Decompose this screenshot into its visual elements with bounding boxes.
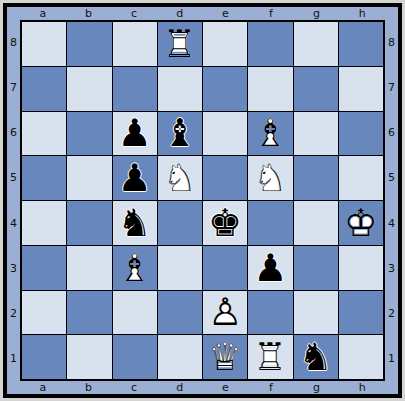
rank-label-1-right: 1 — [385, 336, 398, 381]
square-h4[interactable]: ♚♔ — [339, 201, 383, 245]
white-bishop-f6-piece[interactable]: ♝♗ — [248, 112, 292, 156]
square-a3[interactable] — [22, 246, 66, 290]
square-f8[interactable] — [248, 22, 292, 66]
rank-label-3-right: 3 — [385, 246, 398, 291]
file-label-d-bottom: d — [157, 381, 203, 394]
bishop-icon: ♝ — [158, 112, 202, 156]
square-c6[interactable]: ♟ — [113, 112, 157, 156]
square-c4[interactable]: ♞ — [113, 201, 157, 245]
square-e2[interactable]: ♟♙ — [203, 291, 247, 335]
square-a2[interactable] — [22, 291, 66, 335]
white-rook-d8-piece[interactable]: ♜♖ — [158, 22, 202, 66]
bishop-outline-icon: ♗ — [113, 246, 157, 290]
rook-outline-icon: ♖ — [158, 22, 202, 66]
rank-label-2-right: 2 — [385, 291, 398, 336]
file-label-d-top: d — [157, 7, 203, 20]
square-d1[interactable] — [158, 335, 202, 379]
file-labels-top: abcdefgh — [20, 7, 385, 20]
file-label-c-top: c — [111, 7, 157, 20]
rank-label-1-left: 1 — [7, 336, 20, 381]
square-e8[interactable] — [203, 22, 247, 66]
rook-outline-icon: ♖ — [248, 335, 292, 379]
square-f2[interactable] — [248, 291, 292, 335]
file-label-e-top: e — [203, 7, 249, 20]
knight-outline-icon: ♘ — [248, 156, 292, 200]
square-e5[interactable] — [203, 156, 247, 200]
square-g5[interactable] — [294, 156, 338, 200]
square-a7[interactable] — [22, 67, 66, 111]
square-b4[interactable] — [67, 201, 111, 245]
square-c1[interactable] — [113, 335, 157, 379]
square-g1[interactable]: ♞ — [294, 335, 338, 379]
square-b3[interactable] — [67, 246, 111, 290]
file-label-a-top: a — [20, 7, 66, 20]
square-g4[interactable] — [294, 201, 338, 245]
square-b8[interactable] — [67, 22, 111, 66]
rank-label-7-right: 7 — [385, 65, 398, 110]
rank-label-4-right: 4 — [385, 201, 398, 246]
file-label-h-bottom: h — [339, 381, 385, 394]
square-h8[interactable] — [339, 22, 383, 66]
square-a5[interactable] — [22, 156, 66, 200]
rank-labels-right: 87654321 — [385, 20, 398, 381]
board-area: ♜♖♟♝♝♗♟♞♘♞♘♞♚♚♔♝♗♟♟♙♛♕♜♖♞ — [20, 20, 385, 381]
square-b1[interactable] — [67, 335, 111, 379]
rank-label-3-left: 3 — [7, 246, 20, 291]
file-label-g-bottom: g — [294, 381, 340, 394]
knight-icon: ♞ — [113, 201, 157, 245]
rank-label-8-left: 8 — [7, 20, 20, 65]
pawn-icon: ♟ — [113, 112, 157, 156]
knight-outline-icon: ♘ — [158, 156, 202, 200]
square-c2[interactable] — [113, 291, 157, 335]
white-pawn-e2-piece[interactable]: ♟♙ — [203, 291, 247, 335]
file-label-f-top: f — [248, 7, 294, 20]
file-label-a-bottom: a — [20, 381, 66, 394]
rank-label-5-left: 5 — [7, 155, 20, 200]
chess-app-page: abcdefgh abcdefgh 87654321 87654321 ♜♖♟♝… — [0, 0, 405, 401]
square-f5[interactable]: ♞♘ — [248, 156, 292, 200]
black-pawn-c5-piece[interactable]: ♟ — [113, 156, 157, 200]
square-f4[interactable] — [248, 201, 292, 245]
black-bishop-d6-piece[interactable]: ♝ — [158, 112, 202, 156]
rank-label-5-right: 5 — [385, 155, 398, 200]
white-king-h4-piece[interactable]: ♚♔ — [339, 201, 383, 245]
knight-icon: ♞ — [294, 335, 338, 379]
black-pawn-f3-piece[interactable]: ♟ — [248, 246, 292, 290]
square-h3[interactable] — [339, 246, 383, 290]
square-e6[interactable] — [203, 112, 247, 156]
square-h7[interactable] — [339, 67, 383, 111]
queen-outline-icon: ♕ — [203, 335, 247, 379]
square-c8[interactable] — [113, 22, 157, 66]
square-d7[interactable] — [158, 67, 202, 111]
square-d6[interactable]: ♝ — [158, 112, 202, 156]
black-knight-g1-piece[interactable]: ♞ — [294, 335, 338, 379]
square-e4[interactable]: ♚ — [203, 201, 247, 245]
black-knight-c4-piece[interactable]: ♞ — [113, 201, 157, 245]
file-label-g-top: g — [294, 7, 340, 20]
square-d3[interactable] — [158, 246, 202, 290]
square-h6[interactable] — [339, 112, 383, 156]
square-d4[interactable] — [158, 201, 202, 245]
square-b7[interactable] — [67, 67, 111, 111]
pawn-icon: ♟ — [113, 156, 157, 200]
file-label-c-bottom: c — [111, 381, 157, 394]
file-label-f-bottom: f — [248, 381, 294, 394]
rank-label-4-left: 4 — [7, 201, 20, 246]
square-b6[interactable] — [67, 112, 111, 156]
square-a6[interactable] — [22, 112, 66, 156]
square-f1[interactable]: ♜♖ — [248, 335, 292, 379]
file-label-b-top: b — [66, 7, 112, 20]
rank-label-2-left: 2 — [7, 291, 20, 336]
square-g7[interactable] — [294, 67, 338, 111]
rank-label-6-left: 6 — [7, 110, 20, 155]
square-c3[interactable]: ♝♗ — [113, 246, 157, 290]
pawn-outline-icon: ♙ — [203, 291, 247, 335]
white-knight-f5-piece[interactable]: ♞♘ — [248, 156, 292, 200]
square-b5[interactable] — [67, 156, 111, 200]
white-knight-d5-piece[interactable]: ♞♘ — [158, 156, 202, 200]
chess-board: ♜♖♟♝♝♗♟♞♘♞♘♞♚♚♔♝♗♟♟♙♛♕♜♖♞ — [20, 20, 385, 381]
square-g8[interactable] — [294, 22, 338, 66]
square-c7[interactable] — [113, 67, 157, 111]
square-h2[interactable] — [339, 291, 383, 335]
square-e1[interactable]: ♛♕ — [203, 335, 247, 379]
square-e7[interactable] — [203, 67, 247, 111]
black-pawn-c6-piece[interactable]: ♟ — [113, 112, 157, 156]
square-g2[interactable] — [294, 291, 338, 335]
white-queen-e1-piece[interactable]: ♛♕ — [203, 335, 247, 379]
square-g3[interactable] — [294, 246, 338, 290]
square-c5[interactable]: ♟ — [113, 156, 157, 200]
square-h1[interactable] — [339, 335, 383, 379]
square-g6[interactable] — [294, 112, 338, 156]
king-icon: ♚ — [203, 201, 247, 245]
board-frame: abcdefgh abcdefgh 87654321 87654321 ♜♖♟♝… — [3, 3, 402, 398]
pawn-icon: ♟ — [248, 246, 292, 290]
square-b2[interactable] — [67, 291, 111, 335]
rank-label-7-left: 7 — [7, 65, 20, 110]
square-d5[interactable]: ♞♘ — [158, 156, 202, 200]
file-label-e-bottom: e — [203, 381, 249, 394]
square-a4[interactable] — [22, 201, 66, 245]
square-f7[interactable] — [248, 67, 292, 111]
square-f6[interactable]: ♝♗ — [248, 112, 292, 156]
rank-label-6-right: 6 — [385, 110, 398, 155]
square-f3[interactable]: ♟ — [248, 246, 292, 290]
square-d8[interactable]: ♜♖ — [158, 22, 202, 66]
white-bishop-c3-piece[interactable]: ♝♗ — [113, 246, 157, 290]
square-d2[interactable] — [158, 291, 202, 335]
file-label-b-bottom: b — [66, 381, 112, 394]
square-e3[interactable] — [203, 246, 247, 290]
square-h5[interactable] — [339, 156, 383, 200]
white-rook-f1-piece[interactable]: ♜♖ — [248, 335, 292, 379]
king-outline-icon: ♔ — [339, 201, 383, 245]
black-king-e4-piece[interactable]: ♚ — [203, 201, 247, 245]
square-a8[interactable] — [22, 22, 66, 66]
file-labels-bottom: abcdefgh — [20, 381, 385, 394]
file-label-h-top: h — [339, 7, 385, 20]
rank-label-8-right: 8 — [385, 20, 398, 65]
square-a1[interactable] — [22, 335, 66, 379]
rank-labels-left: 87654321 — [7, 20, 20, 381]
bishop-outline-icon: ♗ — [248, 112, 292, 156]
